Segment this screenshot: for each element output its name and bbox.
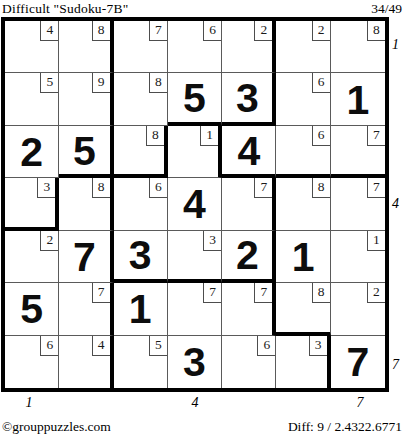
pencil-mark: 8 (367, 21, 385, 41)
cell-r5c7[interactable]: 1 (331, 231, 385, 283)
cell-r6c7[interactable]: 2 (331, 283, 385, 335)
cell-r2c6[interactable]: 6 (276, 73, 330, 125)
cell-r1c2[interactable]: 8 (59, 21, 113, 73)
cell-r3c6[interactable]: 6 (276, 126, 330, 178)
pencil-mark: 8 (312, 178, 330, 198)
cell-r1c6[interactable]: 2 (276, 21, 330, 73)
cell-r4c6[interactable]: 8 (276, 178, 330, 230)
pencil-mark: 7 (92, 283, 110, 303)
cell-value: 4 (222, 126, 275, 174)
cell-value: 2 (222, 231, 272, 279)
cell-r4c7[interactable]: 7 (331, 178, 385, 230)
cell-r5c1[interactable]: 2 (5, 231, 59, 283)
cell-value: 1 (114, 283, 167, 334)
cell-r3c1[interactable]: 2 (5, 126, 59, 178)
cell-value: 5 (5, 283, 58, 334)
cell-r2c2[interactable]: 9 (59, 73, 113, 125)
cell-r7c6[interactable]: 3 (276, 336, 330, 388)
cell-r7c7[interactable]: 7 (331, 336, 385, 388)
cell-r7c3[interactable]: 5 (114, 336, 168, 388)
pencil-mark: 2 (367, 283, 385, 303)
puzzle-page: Difficult "Sudoku-7B" 34/49 487622859853… (0, 0, 403, 437)
pencil-mark: 3 (203, 231, 221, 251)
col-label-7: 7 (350, 395, 370, 411)
cell-r5c2[interactable]: 7 (59, 231, 113, 283)
cell-r4c3[interactable]: 6 (114, 178, 168, 230)
pencil-mark: 5 (149, 336, 167, 356)
pencil-mark: 7 (149, 21, 167, 41)
cell-r1c4[interactable]: 6 (168, 21, 222, 73)
cell-value: 7 (331, 336, 385, 388)
pencil-mark: 8 (149, 73, 167, 93)
pencil-mark: 4 (40, 21, 58, 41)
cell-value: 1 (276, 231, 329, 282)
cell-r4c5[interactable]: 7 (222, 178, 276, 230)
cell-r7c5[interactable]: 6 (222, 336, 276, 388)
pencil-mark: 2 (254, 21, 272, 41)
cell-r3c4[interactable]: 1 (168, 126, 222, 178)
cell-r4c1[interactable]: 3 (5, 178, 59, 230)
cell-r4c4[interactable]: 4 (168, 178, 222, 230)
cell-r2c3[interactable]: 8 (114, 73, 168, 125)
cell-r3c3[interactable]: 8 (114, 126, 168, 178)
pencil-mark: 2 (40, 231, 58, 251)
cell-r2c5[interactable]: 3 (222, 73, 276, 125)
cell-r5c3[interactable]: 3 (114, 231, 168, 283)
cell-r2c4[interactable]: 5 (168, 73, 222, 125)
cell-value: 5 (168, 73, 221, 121)
cell-r6c1[interactable]: 5 (5, 283, 59, 335)
col-label-4: 4 (185, 395, 205, 411)
pencil-mark: 9 (92, 73, 110, 93)
cell-r3c5[interactable]: 4 (222, 126, 276, 178)
pencil-mark: 7 (203, 283, 221, 303)
cell-r1c3[interactable]: 7 (114, 21, 168, 73)
cell-value: 5 (59, 126, 109, 174)
pencil-mark: 6 (203, 21, 221, 41)
copyright-text: ©grouppuzzles.com (2, 419, 111, 435)
pencil-mark: 6 (257, 336, 275, 356)
pencil-mark: 2 (312, 21, 330, 41)
cell-value: 4 (168, 178, 221, 229)
pencil-mark: 8 (146, 126, 164, 146)
pencil-mark: 6 (149, 178, 167, 198)
pencil-mark: 6 (312, 126, 330, 146)
pencil-mark: 3 (309, 336, 327, 356)
difficulty-text: Diff: 9 / 2.4322.6771 (288, 419, 402, 435)
pencil-mark: 7 (367, 126, 385, 146)
cell-r1c5[interactable]: 2 (222, 21, 276, 73)
col-label-1: 1 (19, 395, 39, 411)
row-label-1: 1 (392, 37, 403, 53)
pencil-mark: 1 (367, 231, 385, 251)
cell-r7c1[interactable]: 6 (5, 336, 59, 388)
cell-r2c7[interactable]: 1 (331, 73, 385, 125)
cell-r6c2[interactable]: 7 (59, 283, 113, 335)
cell-value: 3 (114, 231, 167, 279)
pencil-mark: 7 (367, 178, 385, 198)
cell-value: 3 (168, 336, 221, 388)
pencil-mark: 7 (254, 178, 272, 198)
sudoku-board: 4876228598536125814673864787273321157177… (1, 17, 389, 392)
progress-counter: 34/49 (371, 1, 402, 17)
pencil-mark: 8 (92, 178, 110, 198)
pencil-mark: 5 (40, 73, 58, 93)
cell-r7c2[interactable]: 4 (59, 336, 113, 388)
cell-r4c2[interactable]: 8 (59, 178, 113, 230)
pencil-mark: 6 (40, 336, 58, 356)
cell-r1c7[interactable]: 8 (331, 21, 385, 73)
cell-r6c4[interactable]: 7 (168, 283, 222, 335)
cell-r3c2[interactable]: 5 (59, 126, 113, 178)
pencil-mark: 8 (92, 21, 110, 41)
pencil-mark: 7 (254, 283, 272, 303)
cell-value: 7 (59, 231, 109, 282)
cell-value: 1 (331, 73, 385, 124)
cell-value: 3 (222, 73, 272, 121)
row-label-4: 4 (392, 196, 403, 212)
pencil-mark: 1 (200, 126, 218, 146)
pencil-mark: 3 (37, 178, 55, 198)
pencil-mark: 8 (312, 283, 330, 303)
cell-r6c6[interactable]: 8 (276, 283, 330, 335)
cell-r7c4[interactable]: 3 (168, 336, 222, 388)
cell-r5c4[interactable]: 3 (168, 231, 222, 283)
cell-r6c5[interactable]: 7 (222, 283, 276, 335)
pencil-mark: 4 (92, 336, 110, 356)
row-label-7: 7 (392, 357, 403, 373)
pencil-mark: 6 (312, 73, 330, 93)
cell-r6c3[interactable]: 1 (114, 283, 168, 335)
page-title: Difficult "Sudoku-7B" (2, 1, 128, 17)
cell-r2c1[interactable]: 5 (5, 73, 59, 125)
cell-r3c7[interactable]: 7 (331, 126, 385, 178)
cell-r5c5[interactable]: 2 (222, 231, 276, 283)
cell-value: 2 (5, 126, 58, 177)
cell-r5c6[interactable]: 1 (276, 231, 330, 283)
cell-r1c1[interactable]: 4 (5, 21, 59, 73)
